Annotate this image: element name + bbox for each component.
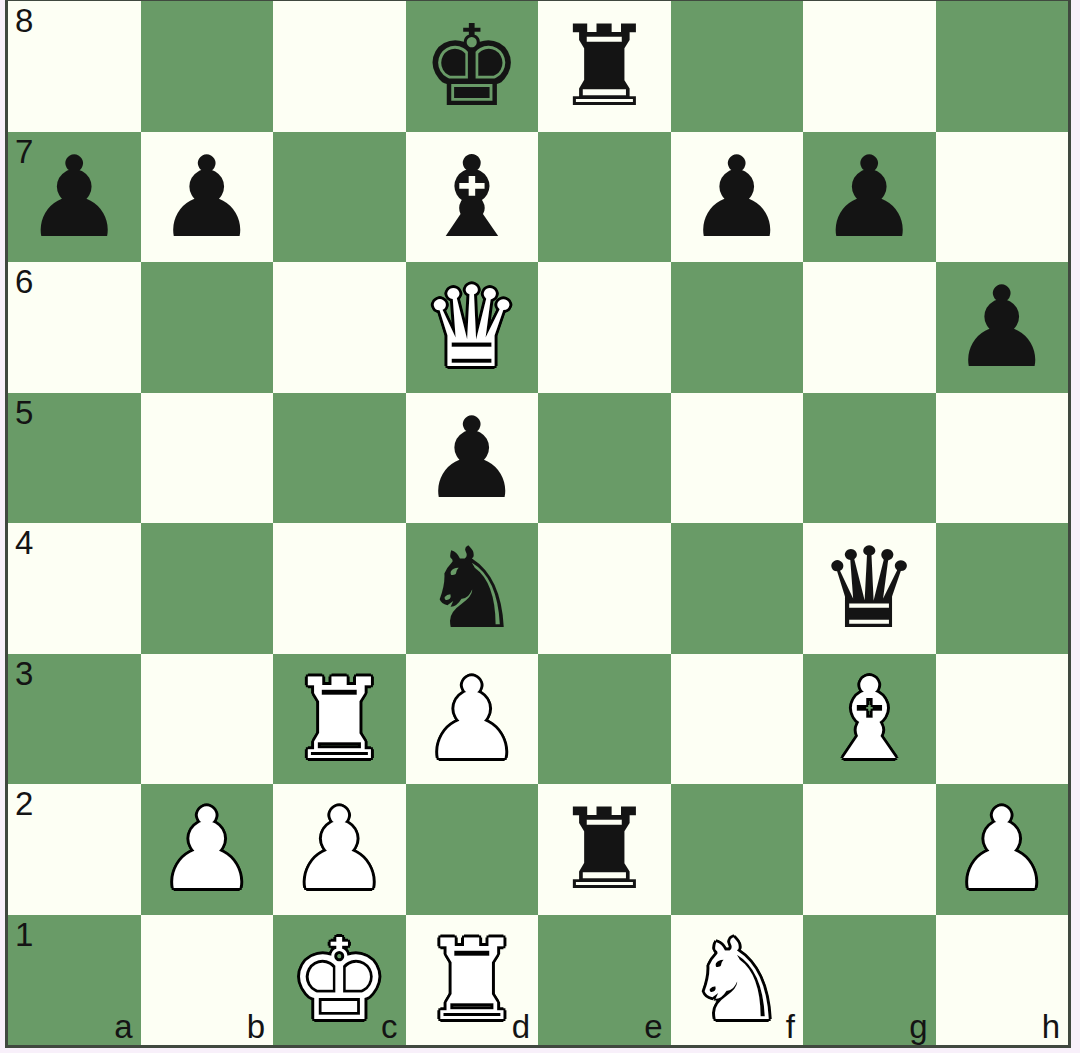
- square-e5[interactable]: [538, 393, 671, 524]
- square-c3[interactable]: ♜: [273, 654, 406, 785]
- square-c4[interactable]: [273, 523, 406, 654]
- piece-black-king[interactable]: ♚: [422, 10, 522, 122]
- square-a1[interactable]: 1a: [8, 915, 141, 1046]
- piece-black-pawn[interactable]: ♟: [687, 141, 787, 253]
- file-label-a: a: [114, 1010, 132, 1043]
- rank-label-6: 6: [15, 265, 33, 298]
- square-d8[interactable]: ♚: [406, 1, 539, 132]
- piece-black-pawn[interactable]: ♟: [952, 271, 1052, 383]
- square-h1[interactable]: h: [936, 915, 1069, 1046]
- square-f6[interactable]: [671, 262, 804, 393]
- square-b1[interactable]: b: [141, 915, 274, 1046]
- square-f7[interactable]: ♟: [671, 132, 804, 263]
- square-e4[interactable]: [538, 523, 671, 654]
- piece-black-pawn[interactable]: ♟: [422, 402, 522, 514]
- rank-label-2: 2: [15, 787, 33, 820]
- file-label-e: e: [644, 1010, 662, 1043]
- square-g8[interactable]: [803, 1, 936, 132]
- square-b8[interactable]: [141, 1, 274, 132]
- piece-white-pawn[interactable]: ♟: [289, 793, 389, 905]
- square-g1[interactable]: g: [803, 915, 936, 1046]
- square-g2[interactable]: [803, 784, 936, 915]
- piece-white-pawn[interactable]: ♟: [952, 793, 1052, 905]
- chess-board-frame: 8♚♜7♟♟♝♟♟6♛♟5♟4♞♛3♜♟♝2♟♟♜♟1abc♚d♜ef♞gh: [5, 0, 1071, 1048]
- piece-black-rook[interactable]: ♜: [554, 793, 654, 905]
- square-f3[interactable]: [671, 654, 804, 785]
- square-a3[interactable]: 3: [8, 654, 141, 785]
- file-label-b: b: [247, 1010, 265, 1043]
- rank-label-5: 5: [15, 396, 33, 429]
- square-c8[interactable]: [273, 1, 406, 132]
- square-c7[interactable]: [273, 132, 406, 263]
- piece-white-rook[interactable]: ♜: [422, 924, 522, 1036]
- file-label-h: h: [1042, 1010, 1060, 1043]
- piece-white-queen[interactable]: ♛: [422, 271, 522, 383]
- square-f1[interactable]: f♞: [671, 915, 804, 1046]
- square-c6[interactable]: [273, 262, 406, 393]
- square-a2[interactable]: 2: [8, 784, 141, 915]
- square-f2[interactable]: [671, 784, 804, 915]
- piece-white-knight[interactable]: ♞: [687, 924, 787, 1036]
- piece-white-rook[interactable]: ♜: [289, 663, 389, 775]
- square-b5[interactable]: [141, 393, 274, 524]
- square-h5[interactable]: [936, 393, 1069, 524]
- square-e2[interactable]: ♜: [538, 784, 671, 915]
- square-g5[interactable]: [803, 393, 936, 524]
- square-d1[interactable]: d♜: [406, 915, 539, 1046]
- piece-black-bishop[interactable]: ♝: [422, 141, 522, 253]
- square-d7[interactable]: ♝: [406, 132, 539, 263]
- square-a6[interactable]: 6: [8, 262, 141, 393]
- file-label-c: c: [381, 1010, 398, 1043]
- rank-label-7: 7: [15, 135, 33, 168]
- square-e1[interactable]: e: [538, 915, 671, 1046]
- square-d5[interactable]: ♟: [406, 393, 539, 524]
- file-label-g: g: [909, 1010, 927, 1043]
- piece-black-pawn[interactable]: ♟: [819, 141, 919, 253]
- square-h7[interactable]: [936, 132, 1069, 263]
- square-e3[interactable]: [538, 654, 671, 785]
- piece-black-rook[interactable]: ♜: [554, 10, 654, 122]
- square-h8[interactable]: [936, 1, 1069, 132]
- square-g6[interactable]: [803, 262, 936, 393]
- rank-label-1: 1: [15, 918, 33, 951]
- square-f5[interactable]: [671, 393, 804, 524]
- square-g3[interactable]: ♝: [803, 654, 936, 785]
- square-c2[interactable]: ♟: [273, 784, 406, 915]
- square-f8[interactable]: [671, 1, 804, 132]
- rank-label-4: 4: [15, 526, 33, 559]
- chess-board: 8♚♜7♟♟♝♟♟6♛♟5♟4♞♛3♜♟♝2♟♟♜♟1abc♚d♜ef♞gh: [8, 1, 1068, 1045]
- square-a5[interactable]: 5: [8, 393, 141, 524]
- square-b7[interactable]: ♟: [141, 132, 274, 263]
- square-c1[interactable]: c♚: [273, 915, 406, 1046]
- square-g7[interactable]: ♟: [803, 132, 936, 263]
- square-h2[interactable]: ♟: [936, 784, 1069, 915]
- square-b3[interactable]: [141, 654, 274, 785]
- square-d2[interactable]: [406, 784, 539, 915]
- square-h6[interactable]: ♟: [936, 262, 1069, 393]
- square-d3[interactable]: ♟: [406, 654, 539, 785]
- piece-black-queen[interactable]: ♛: [819, 532, 919, 644]
- square-d4[interactable]: ♞: [406, 523, 539, 654]
- square-e7[interactable]: [538, 132, 671, 263]
- square-e6[interactable]: [538, 262, 671, 393]
- piece-white-pawn[interactable]: ♟: [157, 793, 257, 905]
- square-f4[interactable]: [671, 523, 804, 654]
- square-b4[interactable]: [141, 523, 274, 654]
- piece-white-pawn[interactable]: ♟: [422, 663, 522, 775]
- square-e8[interactable]: ♜: [538, 1, 671, 132]
- file-label-f: f: [786, 1010, 795, 1043]
- rank-label-3: 3: [15, 657, 33, 690]
- square-a7[interactable]: 7♟: [8, 132, 141, 263]
- square-d6[interactable]: ♛: [406, 262, 539, 393]
- square-a4[interactable]: 4: [8, 523, 141, 654]
- square-b6[interactable]: [141, 262, 274, 393]
- piece-black-pawn[interactable]: ♟: [157, 141, 257, 253]
- square-b2[interactable]: ♟: [141, 784, 274, 915]
- file-label-d: d: [512, 1010, 530, 1043]
- piece-black-knight[interactable]: ♞: [422, 532, 522, 644]
- square-c5[interactable]: [273, 393, 406, 524]
- square-h3[interactable]: [936, 654, 1069, 785]
- square-h4[interactable]: [936, 523, 1069, 654]
- piece-black-pawn[interactable]: ♟: [24, 141, 124, 253]
- piece-white-bishop[interactable]: ♝: [819, 663, 919, 775]
- square-a8[interactable]: 8: [8, 1, 141, 132]
- rank-label-8: 8: [15, 4, 33, 37]
- piece-white-king[interactable]: ♚: [289, 924, 389, 1036]
- square-g4[interactable]: ♛: [803, 523, 936, 654]
